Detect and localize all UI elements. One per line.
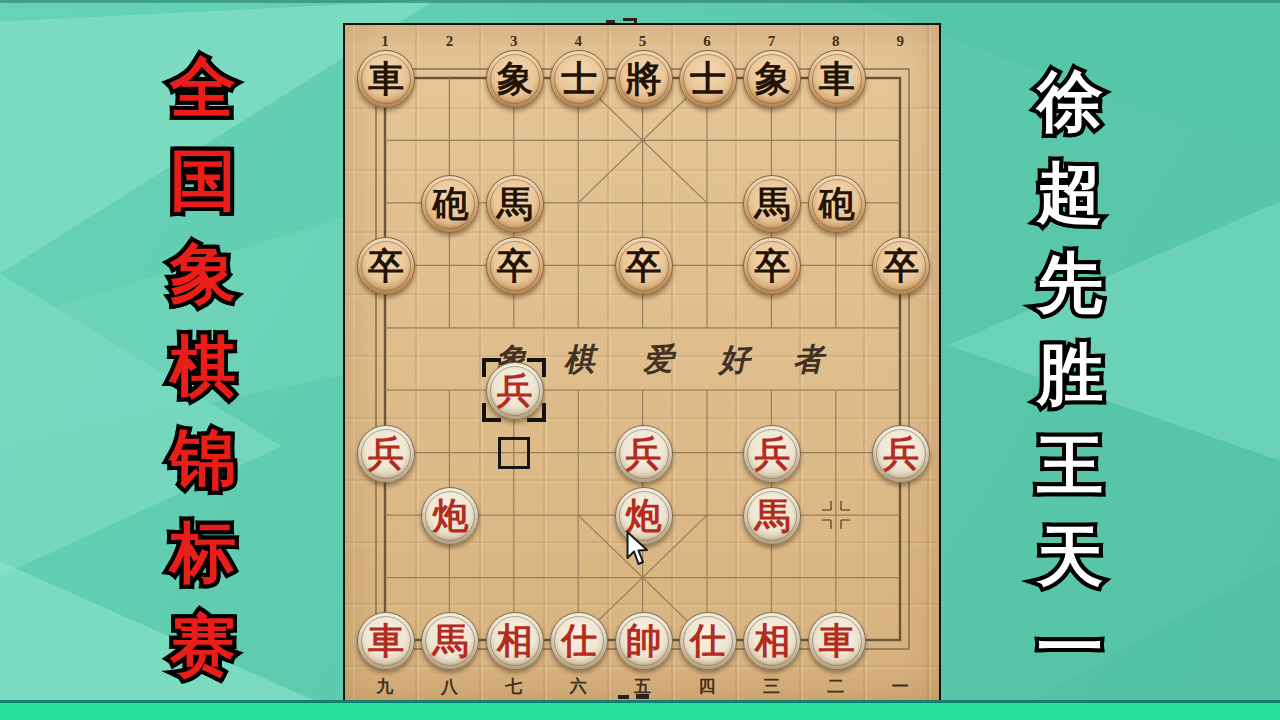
piece-character: 卒 <box>368 248 404 284</box>
piece-character: 士 <box>561 61 597 97</box>
rank-label: 三 <box>757 675 785 698</box>
piece-character: 兵 <box>754 436 790 472</box>
banner-character: 超 <box>1037 146 1103 237</box>
black-pawn[interactable]: 卒 <box>486 237 544 295</box>
rank-label: 一 <box>886 675 914 698</box>
xiangqi-board[interactable]: 123456789 九八七六五四三二一 象棋爱好者 車象士將士象車砲馬馬砲卒卒卒… <box>345 25 939 703</box>
piece-character: 象 <box>497 61 533 97</box>
piece-character: 車 <box>819 61 855 97</box>
banner-character: 赛 <box>170 598 236 691</box>
piece-character: 仕 <box>690 623 726 659</box>
piece-character: 帥 <box>626 623 662 659</box>
file-label: 8 <box>824 33 848 50</box>
rank-label: 四 <box>693 675 721 698</box>
banner-character: 一 <box>1037 601 1103 692</box>
banner-character: 先 <box>1037 237 1103 328</box>
banner-character: 天 <box>1037 510 1103 601</box>
piece-character: 兵 <box>497 373 533 409</box>
piece-character: 兵 <box>368 436 404 472</box>
red-elephant[interactable]: 相 <box>486 612 544 670</box>
rank-label: 二 <box>822 675 850 698</box>
black-cannon[interactable]: 砲 <box>421 175 479 233</box>
banner-character: 标 <box>170 505 236 598</box>
top-edge-line <box>0 0 1280 3</box>
banner-character: 胜 <box>1037 328 1103 419</box>
red-advisor[interactable]: 仕 <box>679 612 737 670</box>
file-label: 1 <box>373 33 397 50</box>
black-elephant[interactable]: 象 <box>743 50 801 108</box>
piece-character: 相 <box>754 623 790 659</box>
stage: 全国象棋锦标赛 徐超先胜王天一 <box>0 0 1280 720</box>
right-banner-title: 徐超先胜王天一 <box>1015 55 1125 692</box>
piece-character: 車 <box>368 61 404 97</box>
piece-character: 象 <box>754 61 790 97</box>
rank-label: 九 <box>371 675 399 698</box>
piece-character: 卒 <box>883 248 919 284</box>
banner-character: 象 <box>170 226 236 319</box>
banner-character: 徐 <box>1037 55 1103 146</box>
black-advisor[interactable]: 士 <box>550 50 608 108</box>
rank-label: 七 <box>500 675 528 698</box>
red-chariot[interactable]: 車 <box>357 612 415 670</box>
piece-character: 馬 <box>497 186 533 222</box>
river-watermark-character: 棋 <box>560 338 597 379</box>
piece-character: 馬 <box>754 186 790 222</box>
left-banner-title: 全国象棋锦标赛 <box>148 40 258 691</box>
rank-label: 八 <box>435 675 463 698</box>
banner-character: 国 <box>170 133 236 226</box>
piece-character: 馬 <box>754 498 790 534</box>
file-label: 2 <box>437 33 461 50</box>
banner-character: 全 <box>170 40 236 133</box>
piece-character: 砲 <box>432 186 468 222</box>
file-label: 9 <box>888 33 912 50</box>
file-label: 4 <box>566 33 590 50</box>
file-label: 5 <box>631 33 655 50</box>
file-label: 6 <box>695 33 719 50</box>
black-advisor[interactable]: 士 <box>679 50 737 108</box>
red-king[interactable]: 帥 <box>615 612 673 670</box>
piece-character: 士 <box>690 61 726 97</box>
black-chariot[interactable]: 車 <box>808 50 866 108</box>
piece-character: 車 <box>368 623 404 659</box>
river-watermark-character: 爱 <box>639 338 676 379</box>
black-chariot[interactable]: 車 <box>357 50 415 108</box>
banner-character: 锦 <box>170 412 236 505</box>
piece-character: 炮 <box>432 498 468 534</box>
red-elephant[interactable]: 相 <box>743 612 801 670</box>
red-pawn[interactable]: 兵 <box>743 425 801 483</box>
red-pawn[interactable]: 兵 <box>486 362 544 420</box>
red-pawn[interactable]: 兵 <box>357 425 415 483</box>
red-pawn[interactable]: 兵 <box>872 425 930 483</box>
rank-label: 六 <box>564 675 592 698</box>
black-horse[interactable]: 馬 <box>743 175 801 233</box>
file-label: 3 <box>502 33 526 50</box>
banner-character: 王 <box>1037 419 1103 510</box>
piece-character: 兵 <box>883 436 919 472</box>
piece-character: 卒 <box>497 248 533 284</box>
river-watermark-character: 好 <box>715 338 752 379</box>
piece-character: 將 <box>626 61 662 97</box>
black-cannon[interactable]: 砲 <box>808 175 866 233</box>
black-elephant[interactable]: 象 <box>486 50 544 108</box>
rank-label: 五 <box>629 675 657 698</box>
black-horse[interactable]: 馬 <box>486 175 544 233</box>
river-watermark-character: 者 <box>789 338 826 379</box>
black-pawn[interactable]: 卒 <box>615 237 673 295</box>
red-pawn[interactable]: 兵 <box>615 425 673 483</box>
piece-character: 卒 <box>754 248 790 284</box>
piece-character: 車 <box>819 623 855 659</box>
black-pawn[interactable]: 卒 <box>357 237 415 295</box>
bottom-green-bar <box>0 703 1280 720</box>
file-label: 7 <box>759 33 783 50</box>
red-chariot[interactable]: 車 <box>808 612 866 670</box>
banner-character: 棋 <box>170 319 236 412</box>
piece-character: 仕 <box>561 623 597 659</box>
red-cannon[interactable]: 炮 <box>615 487 673 545</box>
red-advisor[interactable]: 仕 <box>550 612 608 670</box>
piece-character: 兵 <box>626 436 662 472</box>
black-king[interactable]: 將 <box>615 50 673 108</box>
red-horse[interactable]: 馬 <box>421 612 479 670</box>
piece-character: 馬 <box>432 623 468 659</box>
piece-character: 相 <box>497 623 533 659</box>
piece-character: 卒 <box>626 248 662 284</box>
piece-character: 炮 <box>626 498 662 534</box>
piece-character: 砲 <box>819 186 855 222</box>
